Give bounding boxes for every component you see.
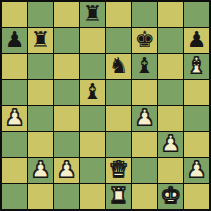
black-bishop[interactable]: ♝ — [83, 80, 103, 104]
white-pawn[interactable]: ♟ — [135, 106, 155, 130]
square-a7[interactable]: ♟ — [2, 28, 27, 53]
square-e6[interactable]: ♞ — [106, 54, 131, 79]
square-a6[interactable] — [2, 54, 27, 79]
square-e1[interactable]: ♜ — [106, 184, 131, 209]
square-g7[interactable] — [158, 28, 183, 53]
square-d1[interactable] — [80, 184, 105, 209]
black-king[interactable]: ♚ — [135, 28, 155, 52]
square-g5[interactable] — [158, 80, 183, 105]
square-g4[interactable] — [158, 106, 183, 131]
white-king[interactable]: ♚ — [161, 184, 181, 208]
square-d7[interactable] — [80, 28, 105, 53]
square-a1[interactable] — [2, 184, 27, 209]
square-f4[interactable]: ♟ — [132, 106, 157, 131]
black-rook[interactable]: ♜ — [83, 2, 103, 26]
square-e7[interactable] — [106, 28, 131, 53]
white-pawn[interactable]: ♟ — [187, 158, 207, 182]
square-h5[interactable] — [184, 80, 209, 105]
white-pawn[interactable]: ♟ — [57, 158, 77, 182]
square-f5[interactable] — [132, 80, 157, 105]
square-h2[interactable]: ♟ — [184, 158, 209, 183]
white-pawn[interactable]: ♟ — [31, 158, 51, 182]
square-h7[interactable]: ♟ — [184, 28, 209, 53]
square-d2[interactable] — [80, 158, 105, 183]
square-b8[interactable] — [28, 2, 53, 27]
square-h6[interactable]: ♝ — [184, 54, 209, 79]
square-c2[interactable]: ♟ — [54, 158, 79, 183]
square-h8[interactable] — [184, 2, 209, 27]
square-a8[interactable] — [2, 2, 27, 27]
square-b4[interactable] — [28, 106, 53, 131]
black-rook[interactable]: ♜ — [31, 28, 51, 52]
square-g3[interactable]: ♟ — [158, 132, 183, 157]
square-b1[interactable] — [28, 184, 53, 209]
white-bishop[interactable]: ♝ — [187, 54, 207, 78]
square-g6[interactable] — [158, 54, 183, 79]
white-queen[interactable]: ♛ — [109, 158, 129, 182]
square-e4[interactable] — [106, 106, 131, 131]
square-f7[interactable]: ♚ — [132, 28, 157, 53]
square-g1[interactable]: ♚ — [158, 184, 183, 209]
square-f3[interactable] — [132, 132, 157, 157]
square-a3[interactable] — [2, 132, 27, 157]
square-c4[interactable] — [54, 106, 79, 131]
chess-board: ♜♟♜♚♟♞♝♝♝♟♟♟♟♟♛♟♜♚ — [2, 2, 209, 209]
square-c1[interactable] — [54, 184, 79, 209]
square-e3[interactable] — [106, 132, 131, 157]
square-e2[interactable]: ♛ — [106, 158, 131, 183]
square-c5[interactable] — [54, 80, 79, 105]
square-b6[interactable] — [28, 54, 53, 79]
black-bishop[interactable]: ♝ — [135, 54, 155, 78]
square-d3[interactable] — [80, 132, 105, 157]
square-b3[interactable] — [28, 132, 53, 157]
white-rook[interactable]: ♜ — [109, 184, 129, 208]
black-knight[interactable]: ♞ — [109, 54, 129, 78]
square-a5[interactable] — [2, 80, 27, 105]
square-b2[interactable]: ♟ — [28, 158, 53, 183]
square-e8[interactable] — [106, 2, 131, 27]
square-f2[interactable] — [132, 158, 157, 183]
square-b5[interactable] — [28, 80, 53, 105]
square-c7[interactable] — [54, 28, 79, 53]
square-a2[interactable] — [2, 158, 27, 183]
chess-board-frame: ♜♟♜♚♟♞♝♝♝♟♟♟♟♟♛♟♜♚ — [0, 0, 211, 211]
black-pawn[interactable]: ♟ — [5, 28, 25, 52]
square-d6[interactable] — [80, 54, 105, 79]
square-b7[interactable]: ♜ — [28, 28, 53, 53]
square-g2[interactable] — [158, 158, 183, 183]
square-f8[interactable] — [132, 2, 157, 27]
square-h4[interactable] — [184, 106, 209, 131]
square-h1[interactable] — [184, 184, 209, 209]
square-d4[interactable] — [80, 106, 105, 131]
square-a4[interactable]: ♟ — [2, 106, 27, 131]
square-f6[interactable]: ♝ — [132, 54, 157, 79]
square-f1[interactable] — [132, 184, 157, 209]
black-pawn[interactable]: ♟ — [187, 28, 207, 52]
square-d5[interactable]: ♝ — [80, 80, 105, 105]
square-e5[interactable] — [106, 80, 131, 105]
square-h3[interactable] — [184, 132, 209, 157]
white-pawn[interactable]: ♟ — [161, 132, 181, 156]
square-c6[interactable] — [54, 54, 79, 79]
square-g8[interactable] — [158, 2, 183, 27]
square-d8[interactable]: ♜ — [80, 2, 105, 27]
square-c3[interactable] — [54, 132, 79, 157]
white-pawn[interactable]: ♟ — [5, 106, 25, 130]
square-c8[interactable] — [54, 2, 79, 27]
